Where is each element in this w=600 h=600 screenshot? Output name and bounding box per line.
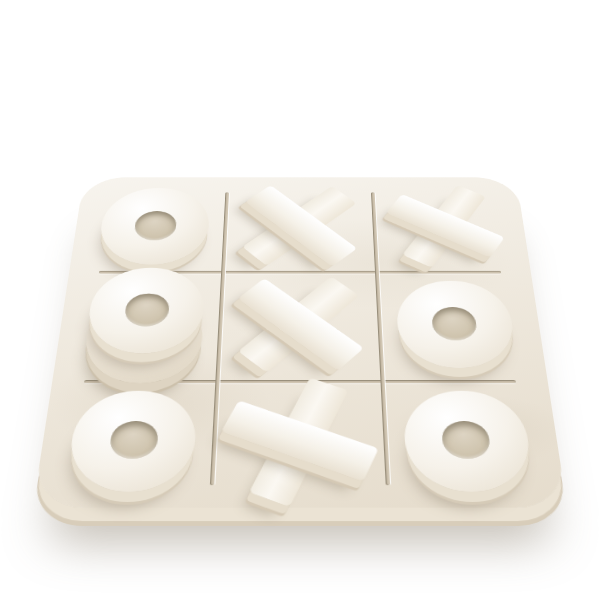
- o-piece[interactable]: [402, 391, 535, 492]
- o-piece[interactable]: [97, 188, 212, 264]
- o-piece-hole: [431, 307, 478, 340]
- o-piece-hole: [441, 421, 492, 459]
- cell-r3c2[interactable]: [214, 378, 387, 506]
- board-cells: [42, 181, 559, 501]
- x-piece[interactable]: [196, 360, 401, 528]
- o-piece[interactable]: [65, 391, 198, 492]
- product-photo: [0, 0, 600, 600]
- o-piece-hole: [124, 294, 170, 326]
- cell-r3c1[interactable]: [41, 378, 220, 506]
- o-piece-hole: [133, 211, 177, 240]
- o-piece[interactable]: [395, 281, 518, 368]
- cell-r1c3[interactable]: [370, 181, 524, 272]
- cell-r2c3[interactable]: [375, 272, 540, 378]
- cell-r3c3[interactable]: [380, 378, 559, 506]
- board-scene: [60, 108, 540, 538]
- cell-r1c1[interactable]: [76, 181, 230, 272]
- x-piece[interactable]: [363, 169, 524, 286]
- tic-tac-toe-board: [33, 177, 568, 507]
- cell-r2c2[interactable]: [220, 272, 380, 378]
- o-piece-hole: [108, 421, 159, 459]
